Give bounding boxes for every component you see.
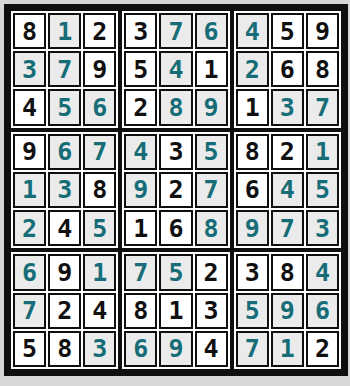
cell-r7c9-solved: 4 xyxy=(306,254,339,290)
cell-r1c2-solved: 1 xyxy=(48,13,81,49)
cell-r4c9-solved: 1 xyxy=(306,134,339,170)
cell-r1c6-solved: 6 xyxy=(195,13,228,49)
cell-r6c7-solved: 9 xyxy=(236,210,269,246)
cell-r5c8-solved: 4 xyxy=(271,172,304,208)
cell-r9c5-solved: 9 xyxy=(159,331,192,367)
box-2-1: 967138245 xyxy=(9,130,120,251)
box-3-3: 384596712 xyxy=(232,250,343,371)
box-1-2: 376541289 xyxy=(120,9,231,130)
cell-r7c4-solved: 7 xyxy=(124,254,157,290)
box-2-2: 435927168 xyxy=(120,130,231,251)
cell-r2c3-given: 9 xyxy=(83,51,116,87)
cell-r8c8-solved: 9 xyxy=(271,293,304,329)
cell-r1c5-solved: 7 xyxy=(159,13,192,49)
cell-r8c1-solved: 7 xyxy=(13,293,46,329)
cell-r1c1-given: 8 xyxy=(13,13,46,49)
cell-r9c9-given: 2 xyxy=(306,331,339,367)
cell-r3c6-solved: 9 xyxy=(195,89,228,125)
cell-r3c3-solved: 6 xyxy=(83,89,116,125)
cell-r1c8-given: 5 xyxy=(271,13,304,49)
cell-r7c8-given: 8 xyxy=(271,254,304,290)
cell-r7c7-given: 3 xyxy=(236,254,269,290)
cell-r5c4-solved: 9 xyxy=(124,172,157,208)
cell-r4c8-given: 2 xyxy=(271,134,304,170)
cell-r1c3-given: 2 xyxy=(83,13,116,49)
cell-r3c1-given: 4 xyxy=(13,89,46,125)
cell-r2c6-given: 1 xyxy=(195,51,228,87)
cell-r6c8-solved: 7 xyxy=(271,210,304,246)
box-1-1: 812379456 xyxy=(9,9,120,130)
cell-r4c4-solved: 4 xyxy=(124,134,157,170)
cell-r9c3-solved: 3 xyxy=(83,331,116,367)
cell-r1c7-solved: 4 xyxy=(236,13,269,49)
cell-r3c8-solved: 3 xyxy=(271,89,304,125)
cell-r5c3-given: 8 xyxy=(83,172,116,208)
cell-r8c7-solved: 5 xyxy=(236,293,269,329)
cell-r6c2-given: 4 xyxy=(48,210,81,246)
cell-r5c5-given: 2 xyxy=(159,172,192,208)
box-3-1: 691724583 xyxy=(9,250,120,371)
cell-r8c4-given: 8 xyxy=(124,293,157,329)
cell-r9c2-given: 8 xyxy=(48,331,81,367)
cell-r6c3-solved: 5 xyxy=(83,210,116,246)
cell-r7c6-given: 2 xyxy=(195,254,228,290)
cell-r9c6-given: 4 xyxy=(195,331,228,367)
cell-r4c1-given: 9 xyxy=(13,134,46,170)
cell-r7c1-solved: 6 xyxy=(13,254,46,290)
cell-r7c5-solved: 5 xyxy=(159,254,192,290)
cell-r6c5-given: 6 xyxy=(159,210,192,246)
cell-r9c8-solved: 1 xyxy=(271,331,304,367)
cell-r2c1-solved: 3 xyxy=(13,51,46,87)
cell-r3c7-given: 1 xyxy=(236,89,269,125)
page-background: 8123794563765412894592681379671382454359… xyxy=(0,0,350,386)
cell-r2c5-solved: 4 xyxy=(159,51,192,87)
box-1-3: 459268137 xyxy=(232,9,343,130)
cell-r3c2-solved: 5 xyxy=(48,89,81,125)
cell-r2c7-solved: 2 xyxy=(236,51,269,87)
cell-r8c5-given: 1 xyxy=(159,293,192,329)
cell-r9c4-solved: 6 xyxy=(124,331,157,367)
cell-r2c4-given: 5 xyxy=(124,51,157,87)
box-2-3: 821645973 xyxy=(232,130,343,251)
cell-r4c3-solved: 7 xyxy=(83,134,116,170)
cell-r8c6-given: 3 xyxy=(195,293,228,329)
box-3-2: 752813694 xyxy=(120,250,231,371)
cell-r4c5-given: 3 xyxy=(159,134,192,170)
cell-r6c4-given: 1 xyxy=(124,210,157,246)
cell-r8c2-given: 2 xyxy=(48,293,81,329)
cell-r5c1-solved: 1 xyxy=(13,172,46,208)
cell-r5c9-solved: 5 xyxy=(306,172,339,208)
cell-r1c9-given: 9 xyxy=(306,13,339,49)
cell-r4c7-given: 8 xyxy=(236,134,269,170)
cell-r8c3-given: 4 xyxy=(83,293,116,329)
cell-r3c5-solved: 8 xyxy=(159,89,192,125)
cell-r6c9-solved: 3 xyxy=(306,210,339,246)
cell-r5c6-solved: 7 xyxy=(195,172,228,208)
cell-r3c9-solved: 7 xyxy=(306,89,339,125)
cell-r2c2-solved: 7 xyxy=(48,51,81,87)
cell-r4c2-solved: 6 xyxy=(48,134,81,170)
cell-r8c9-solved: 6 xyxy=(306,293,339,329)
sudoku-board: 8123794563765412894592681379671382454359… xyxy=(4,4,348,376)
cell-r6c6-solved: 8 xyxy=(195,210,228,246)
cell-r2c8-given: 6 xyxy=(271,51,304,87)
cell-r9c1-given: 5 xyxy=(13,331,46,367)
cell-r5c2-solved: 3 xyxy=(48,172,81,208)
cell-r4c6-solved: 5 xyxy=(195,134,228,170)
cell-r2c9-given: 8 xyxy=(306,51,339,87)
cell-r1c4-given: 3 xyxy=(124,13,157,49)
cell-r9c7-solved: 7 xyxy=(236,331,269,367)
cell-r7c3-solved: 1 xyxy=(83,254,116,290)
cell-r3c4-given: 2 xyxy=(124,89,157,125)
cell-r6c1-solved: 2 xyxy=(13,210,46,246)
cell-r5c7-given: 6 xyxy=(236,172,269,208)
cell-r7c2-given: 9 xyxy=(48,254,81,290)
